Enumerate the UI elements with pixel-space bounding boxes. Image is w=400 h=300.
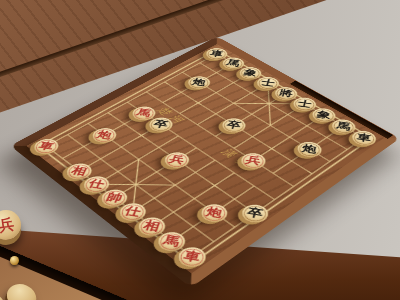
piece-glyph: 兵 bbox=[245, 155, 262, 166]
piece-glyph: 士 bbox=[297, 99, 312, 109]
piece-glyph: 馬 bbox=[135, 108, 152, 118]
piece-glyph: 車 bbox=[356, 133, 371, 144]
xiangqi-scene: 楚河 漢界 車馬象士將士象馬車炮炮卒卒卒馬兵兵炮炮車相仕帥仕相馬車 兵 bbox=[0, 0, 400, 300]
piece-glyph: 帥 bbox=[105, 192, 124, 204]
piece-glyph: 炮 bbox=[301, 144, 317, 155]
piece-glyph: 相 bbox=[142, 220, 161, 233]
piece-glyph: 將 bbox=[278, 89, 293, 98]
piece-glyph: 車 bbox=[182, 250, 202, 264]
piece-glyph: 仕 bbox=[87, 178, 106, 190]
piece-glyph: 馬 bbox=[162, 234, 181, 248]
piece-glyph: 士 bbox=[260, 79, 275, 88]
piece-glyph: 象 bbox=[316, 110, 331, 120]
piece-glyph: 車 bbox=[37, 141, 55, 152]
xiangqi-board[interactable]: 楚河 漢界 車馬象士將士象馬車炮炮卒卒卒馬兵兵炮炮車相仕帥仕相馬車 bbox=[10, 36, 400, 287]
captured-piece-glyph: 兵 bbox=[0, 217, 14, 234]
piece-glyph: 兵 bbox=[168, 154, 186, 165]
piece-glyph: 車 bbox=[209, 50, 224, 58]
piece-glyph: 馬 bbox=[226, 59, 241, 68]
piece-glyph: 相 bbox=[70, 165, 89, 176]
piece-glyph: 仕 bbox=[123, 205, 142, 218]
piece-glyph: 炮 bbox=[96, 130, 114, 140]
piece-glyph: 象 bbox=[243, 69, 258, 78]
piece-glyph: 炮 bbox=[191, 78, 207, 87]
piece-glyph: 炮 bbox=[205, 206, 223, 219]
piece-glyph: 馬 bbox=[336, 121, 351, 131]
board-area: 楚河 漢界 車馬象士將士象馬車炮炮卒卒卒馬兵兵炮炮車相仕帥仕相馬車 bbox=[0, 0, 400, 300]
piece-glyph: 卒 bbox=[152, 119, 169, 129]
piece-glyph: 卒 bbox=[246, 207, 264, 220]
piece-glyph: 卒 bbox=[226, 120, 242, 130]
